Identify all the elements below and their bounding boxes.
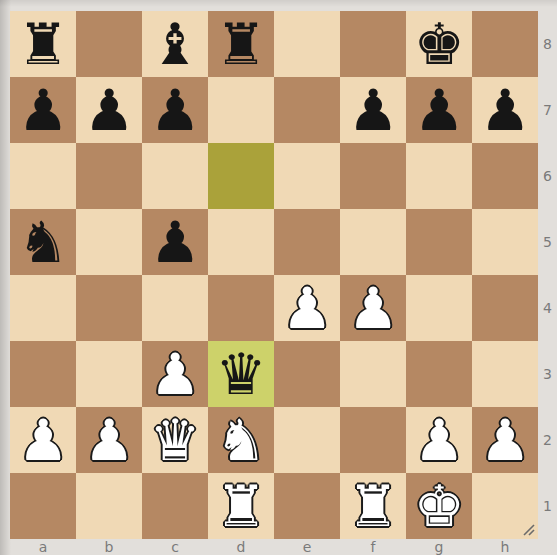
rank-label-6: 6 [538, 143, 557, 209]
piece-black-king-g8[interactable]: ♚ [406, 11, 472, 77]
file-label-g: g [406, 539, 472, 555]
piece-black-rook-a8[interactable]: ♜ [10, 11, 76, 77]
square-c4[interactable] [142, 275, 208, 341]
piece-white-queen-c2[interactable]: ♛ [142, 407, 208, 473]
piece-black-pawn-h7[interactable]: ♟ [472, 77, 538, 143]
piece-white-king-g1[interactable]: ♚ [406, 473, 472, 539]
square-e8[interactable] [274, 11, 340, 77]
file-label-e: e [274, 539, 340, 555]
piece-black-pawn-a7[interactable]: ♟ [10, 77, 76, 143]
square-c3[interactable]: ♟ [142, 341, 208, 407]
square-b1[interactable] [76, 473, 142, 539]
square-b3[interactable] [76, 341, 142, 407]
rank-label-7: 7 [538, 77, 557, 143]
square-c2[interactable]: ♛ [142, 407, 208, 473]
rank-coordinates: 8 7 6 5 4 3 2 1 [538, 11, 557, 539]
square-a2[interactable]: ♟ [10, 407, 76, 473]
rank-label-4: 4 [538, 275, 557, 341]
square-b8[interactable] [76, 11, 142, 77]
piece-black-pawn-c5[interactable]: ♟ [142, 209, 208, 275]
file-label-d: d [208, 539, 274, 555]
square-f6[interactable] [340, 143, 406, 209]
square-g2[interactable]: ♟ [406, 407, 472, 473]
square-f5[interactable] [340, 209, 406, 275]
piece-white-pawn-e4[interactable]: ♟ [274, 275, 340, 341]
square-g4[interactable] [406, 275, 472, 341]
square-g3[interactable] [406, 341, 472, 407]
square-g1[interactable]: ♚ [406, 473, 472, 539]
square-c6[interactable] [142, 143, 208, 209]
chess-board[interactable]: ♜♝♜♚♟♟♟♟♟♟♞♟♟♟♟♛♟♟♛♞♟♟♜♜♚ [10, 11, 538, 539]
piece-black-rook-d8[interactable]: ♜ [208, 11, 274, 77]
piece-black-bishop-c8[interactable]: ♝ [142, 11, 208, 77]
square-f7[interactable]: ♟ [340, 77, 406, 143]
piece-white-rook-f1[interactable]: ♜ [340, 473, 406, 539]
piece-white-pawn-f4[interactable]: ♟ [340, 275, 406, 341]
square-c1[interactable] [142, 473, 208, 539]
square-d6[interactable] [208, 143, 274, 209]
piece-black-knight-a5[interactable]: ♞ [10, 209, 76, 275]
file-label-b: b [76, 539, 142, 555]
square-d7[interactable] [208, 77, 274, 143]
square-c5[interactable]: ♟ [142, 209, 208, 275]
piece-white-pawn-b2[interactable]: ♟ [76, 407, 142, 473]
square-h3[interactable] [472, 341, 538, 407]
square-e4[interactable]: ♟ [274, 275, 340, 341]
piece-white-pawn-h2[interactable]: ♟ [472, 407, 538, 473]
square-a7[interactable]: ♟ [10, 77, 76, 143]
square-h2[interactable]: ♟ [472, 407, 538, 473]
square-h4[interactable] [472, 275, 538, 341]
square-a6[interactable] [10, 143, 76, 209]
rank-label-2: 2 [538, 407, 557, 473]
square-a8[interactable]: ♜ [10, 11, 76, 77]
square-a3[interactable] [10, 341, 76, 407]
square-b7[interactable]: ♟ [76, 77, 142, 143]
file-label-h: h [472, 539, 538, 555]
square-h8[interactable] [472, 11, 538, 77]
square-d2[interactable]: ♞ [208, 407, 274, 473]
square-d4[interactable] [208, 275, 274, 341]
square-d1[interactable]: ♜ [208, 473, 274, 539]
square-g6[interactable] [406, 143, 472, 209]
square-f2[interactable] [340, 407, 406, 473]
square-d5[interactable] [208, 209, 274, 275]
piece-black-pawn-c7[interactable]: ♟ [142, 77, 208, 143]
piece-black-queen-d3[interactable]: ♛ [208, 341, 274, 407]
top-edge-shadow [0, 0, 557, 7]
square-h5[interactable] [472, 209, 538, 275]
rank-label-3: 3 [538, 341, 557, 407]
square-a5[interactable]: ♞ [10, 209, 76, 275]
square-g5[interactable] [406, 209, 472, 275]
square-e6[interactable] [274, 143, 340, 209]
square-f4[interactable]: ♟ [340, 275, 406, 341]
piece-black-pawn-f7[interactable]: ♟ [340, 77, 406, 143]
square-a4[interactable] [10, 275, 76, 341]
piece-white-pawn-c3[interactable]: ♟ [142, 341, 208, 407]
square-c8[interactable]: ♝ [142, 11, 208, 77]
square-d3[interactable]: ♛ [208, 341, 274, 407]
square-c7[interactable]: ♟ [142, 77, 208, 143]
square-g8[interactable]: ♚ [406, 11, 472, 77]
square-h7[interactable]: ♟ [472, 77, 538, 143]
file-coordinates: a b c d e f g h [10, 539, 538, 555]
square-f1[interactable]: ♜ [340, 473, 406, 539]
square-h6[interactable] [472, 143, 538, 209]
piece-white-rook-d1[interactable]: ♜ [208, 473, 274, 539]
board-resize-handle-icon[interactable] [522, 523, 535, 536]
file-label-a: a [10, 539, 76, 555]
square-b4[interactable] [76, 275, 142, 341]
square-f3[interactable] [340, 341, 406, 407]
square-e1[interactable] [274, 473, 340, 539]
square-d8[interactable]: ♜ [208, 11, 274, 77]
rank-label-1: 1 [538, 473, 557, 539]
square-e3[interactable] [274, 341, 340, 407]
square-b6[interactable] [76, 143, 142, 209]
rank-label-5: 5 [538, 209, 557, 275]
piece-white-knight-d2[interactable]: ♞ [208, 407, 274, 473]
square-e7[interactable] [274, 77, 340, 143]
rank-label-8: 8 [538, 11, 557, 77]
piece-black-pawn-b7[interactable]: ♟ [76, 77, 142, 143]
square-f8[interactable] [340, 11, 406, 77]
square-e5[interactable] [274, 209, 340, 275]
square-a1[interactable] [10, 473, 76, 539]
piece-white-pawn-g2[interactable]: ♟ [406, 407, 472, 473]
piece-black-pawn-g7[interactable]: ♟ [406, 77, 472, 143]
square-b5[interactable] [76, 209, 142, 275]
square-e2[interactable] [274, 407, 340, 473]
piece-white-pawn-a2[interactable]: ♟ [10, 407, 76, 473]
square-b2[interactable]: ♟ [76, 407, 142, 473]
square-g7[interactable]: ♟ [406, 77, 472, 143]
file-label-c: c [142, 539, 208, 555]
file-label-f: f [340, 539, 406, 555]
